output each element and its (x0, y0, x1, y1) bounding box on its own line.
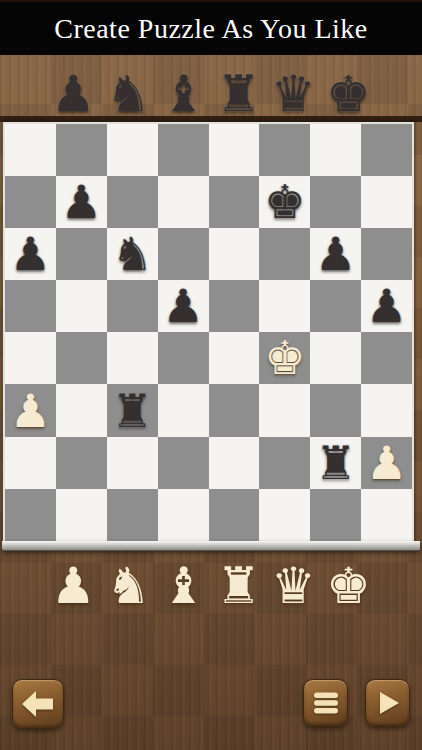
square-c4[interactable] (107, 332, 158, 384)
square-a1[interactable] (5, 489, 56, 541)
square-a4[interactable] (5, 332, 56, 384)
square-g5[interactable] (310, 280, 361, 332)
black-piece-tray: ♟♞♝♜♛♚ (0, 53, 422, 124)
square-g7[interactable] (310, 176, 361, 228)
play-icon (374, 689, 402, 717)
square-a6[interactable]: ♟ (5, 228, 56, 280)
square-h5[interactable]: ♟ (361, 280, 412, 332)
square-b1[interactable] (56, 489, 107, 541)
black-rook[interactable]: ♜ (315, 437, 356, 489)
square-d6[interactable] (158, 228, 209, 280)
square-e3[interactable] (209, 384, 260, 436)
square-c6[interactable]: ♞ (107, 228, 158, 280)
tray-white-pawn[interactable]: ♟ (49, 558, 98, 614)
square-a3[interactable]: ♟ (5, 384, 56, 436)
square-d7[interactable] (158, 176, 209, 228)
tray-black-pawn[interactable]: ♟ (49, 66, 98, 122)
square-g1[interactable] (310, 489, 361, 541)
square-e5[interactable] (209, 280, 260, 332)
square-e7[interactable] (209, 176, 260, 228)
square-e2[interactable] (209, 437, 260, 489)
white-king[interactable]: ♚ (264, 332, 305, 384)
square-f4[interactable]: ♚ (259, 332, 310, 384)
square-d4[interactable] (158, 332, 209, 384)
black-pawn[interactable]: ♟ (61, 176, 102, 228)
square-b4[interactable] (56, 332, 107, 384)
page-title: Create Puzzle As You Like (54, 13, 367, 45)
square-h3[interactable] (361, 384, 412, 436)
tray-white-queen[interactable]: ♛ (269, 558, 318, 614)
board-base (2, 541, 420, 551)
square-e6[interactable] (209, 228, 260, 280)
square-g2[interactable]: ♜ (310, 437, 361, 489)
square-c7[interactable] (107, 176, 158, 228)
square-e8[interactable] (209, 124, 260, 176)
black-rook[interactable]: ♜ (112, 385, 153, 437)
menu-button[interactable] (303, 679, 348, 727)
square-b5[interactable] (56, 280, 107, 332)
square-f8[interactable] (259, 124, 310, 176)
square-h7[interactable] (361, 176, 412, 228)
tray-black-knight[interactable]: ♞ (104, 66, 153, 122)
white-piece-tray: ♟♞♝♜♛♚ (0, 552, 422, 614)
square-d3[interactable] (158, 384, 209, 436)
square-b2[interactable] (56, 437, 107, 489)
play-button[interactable] (365, 679, 410, 727)
square-f2[interactable] (259, 437, 310, 489)
square-f5[interactable] (259, 280, 310, 332)
tray-white-bishop[interactable]: ♝ (159, 558, 208, 614)
board-frame: ♟♚♟♞♟♟♟♚♟♜♜♟ (3, 122, 414, 541)
square-f7[interactable]: ♚ (259, 176, 310, 228)
square-g3[interactable] (310, 384, 361, 436)
chess-board: ♟♚♟♞♟♟♟♚♟♜♜♟ (5, 124, 412, 541)
square-e1[interactable] (209, 489, 260, 541)
white-pawn[interactable]: ♟ (10, 385, 51, 437)
tray-black-bishop[interactable]: ♝ (159, 66, 208, 122)
black-king[interactable]: ♚ (264, 176, 305, 228)
tray-black-queen[interactable]: ♛ (269, 66, 318, 122)
tray-white-king[interactable]: ♚ (324, 558, 373, 614)
black-pawn[interactable]: ♟ (10, 228, 51, 280)
square-g4[interactable] (310, 332, 361, 384)
square-h8[interactable] (361, 124, 412, 176)
black-pawn[interactable]: ♟ (162, 280, 203, 332)
square-a7[interactable] (5, 176, 56, 228)
square-h1[interactable] (361, 489, 412, 541)
square-a2[interactable] (5, 437, 56, 489)
square-c1[interactable] (107, 489, 158, 541)
tray-black-king[interactable]: ♚ (324, 66, 373, 122)
square-b8[interactable] (56, 124, 107, 176)
square-g6[interactable]: ♟ (310, 228, 361, 280)
square-g8[interactable] (310, 124, 361, 176)
square-d8[interactable] (158, 124, 209, 176)
square-f6[interactable] (259, 228, 310, 280)
tray-white-rook[interactable]: ♜ (214, 558, 263, 614)
black-pawn[interactable]: ♟ (366, 280, 407, 332)
square-f1[interactable] (259, 489, 310, 541)
square-a5[interactable] (5, 280, 56, 332)
tray-black-rook[interactable]: ♜ (214, 66, 263, 122)
square-a8[interactable] (5, 124, 56, 176)
black-knight[interactable]: ♞ (112, 228, 153, 280)
square-c2[interactable] (107, 437, 158, 489)
back-arrow-icon (21, 689, 55, 719)
square-b7[interactable]: ♟ (56, 176, 107, 228)
square-c8[interactable] (107, 124, 158, 176)
square-f3[interactable] (259, 384, 310, 436)
tray-white-knight[interactable]: ♞ (104, 558, 153, 614)
square-h6[interactable] (361, 228, 412, 280)
square-d2[interactable] (158, 437, 209, 489)
back-button[interactable] (12, 679, 64, 729)
menu-icon (313, 690, 339, 716)
square-h4[interactable] (361, 332, 412, 384)
square-c5[interactable] (107, 280, 158, 332)
square-h2[interactable]: ♟ (361, 437, 412, 489)
square-b6[interactable] (56, 228, 107, 280)
titlebar: Create Puzzle As You Like (0, 0, 422, 55)
square-d5[interactable]: ♟ (158, 280, 209, 332)
white-pawn[interactable]: ♟ (366, 437, 407, 489)
square-c3[interactable]: ♜ (107, 384, 158, 436)
black-pawn[interactable]: ♟ (315, 228, 356, 280)
square-b3[interactable] (56, 384, 107, 436)
square-e4[interactable] (209, 332, 260, 384)
square-d1[interactable] (158, 489, 209, 541)
